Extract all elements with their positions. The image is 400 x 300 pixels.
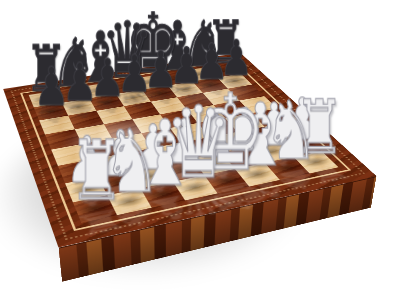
white-rook-glyph: ♜ [57,130,136,213]
perspective-scene: ♜♜♞♞♝♝♛♛♚♚♝♝♞♞♜♜♟♟♟♟♟♟♟♟♟♟♟♟♟♟♟♟♟♟♟♟♟♟♟♟… [0,0,400,300]
black-pawn-glyph: ♟ [20,60,83,113]
chess-board: ♜♜♞♞♝♝♛♛♚♚♝♝♞♞♜♜♟♟♟♟♟♟♟♟♟♟♟♟♟♟♟♟♟♟♟♟♟♟♟♟… [3,53,376,248]
chess-scene-stage: ♜♜♞♞♝♝♛♛♚♚♝♝♞♞♜♜♟♟♟♟♟♟♟♟♟♟♟♟♟♟♟♟♟♟♟♟♟♟♟♟… [0,0,400,300]
